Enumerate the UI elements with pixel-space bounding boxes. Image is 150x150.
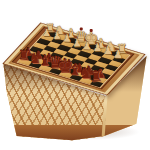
red-finial [80,27,83,30]
red-finial [89,29,92,32]
chess-set-photo: ♜♞♝♛♚♝♞♜♟♟♟♟♟♟♟♟♟♟♟♟♟♟♟♟♜♞♝♛♚♝♞♜ [0,0,150,150]
